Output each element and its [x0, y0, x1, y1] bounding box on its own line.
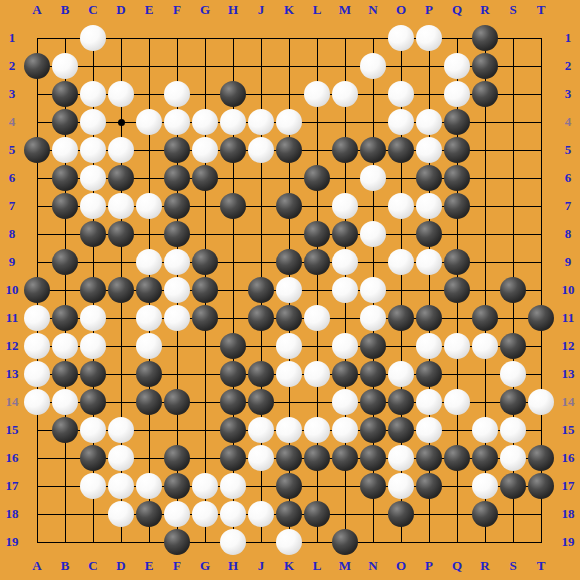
row-label-left-10: 10	[0, 282, 24, 298]
stone-white-C4[interactable]	[80, 109, 106, 135]
col-label-bottom-O: O	[391, 558, 411, 574]
stone-white-L13[interactable]	[304, 361, 330, 387]
stone-black-F8[interactable]	[164, 221, 190, 247]
col-label-top-T: T	[531, 2, 551, 18]
stone-black-M19[interactable]	[332, 529, 358, 555]
stone-white-H4[interactable]	[220, 109, 246, 135]
stone-white-D3[interactable]	[108, 81, 134, 107]
stone-white-K4[interactable]	[276, 109, 302, 135]
stone-white-S15[interactable]	[500, 417, 526, 443]
stone-white-F18[interactable]	[164, 501, 190, 527]
row-label-right-14: 14	[556, 394, 580, 410]
stone-white-P1[interactable]	[416, 25, 442, 51]
stone-white-O3[interactable]	[388, 81, 414, 107]
stone-white-A12[interactable]	[24, 333, 50, 359]
stone-black-B3[interactable]	[52, 81, 78, 107]
stone-white-A14[interactable]	[24, 389, 50, 415]
stone-black-H14[interactable]	[220, 389, 246, 415]
stone-white-O16[interactable]	[388, 445, 414, 471]
stone-black-L6[interactable]	[304, 165, 330, 191]
stone-white-C7[interactable]	[80, 193, 106, 219]
stone-black-C8[interactable]	[80, 221, 106, 247]
col-label-top-Q: Q	[447, 2, 467, 18]
stone-black-O14[interactable]	[388, 389, 414, 415]
row-label-left-9: 9	[0, 254, 24, 270]
row-label-left-19: 19	[0, 534, 24, 550]
col-label-top-K: K	[279, 2, 299, 18]
stone-black-H13[interactable]	[220, 361, 246, 387]
stone-black-D6[interactable]	[108, 165, 134, 191]
stone-black-H15[interactable]	[220, 417, 246, 443]
stone-white-E7[interactable]	[136, 193, 162, 219]
stone-white-D5[interactable]	[108, 137, 134, 163]
stone-white-F3[interactable]	[164, 81, 190, 107]
stone-black-H16[interactable]	[220, 445, 246, 471]
stone-white-C12[interactable]	[80, 333, 106, 359]
row-label-left-18: 18	[0, 506, 24, 522]
stone-white-P12[interactable]	[416, 333, 442, 359]
stone-black-P17[interactable]	[416, 473, 442, 499]
stone-white-R15[interactable]	[472, 417, 498, 443]
stone-white-P4[interactable]	[416, 109, 442, 135]
stone-black-J14[interactable]	[248, 389, 274, 415]
stone-white-M7[interactable]	[332, 193, 358, 219]
stone-black-B15[interactable]	[52, 417, 78, 443]
stone-white-O7[interactable]	[388, 193, 414, 219]
stone-white-E12[interactable]	[136, 333, 162, 359]
stone-white-M12[interactable]	[332, 333, 358, 359]
col-label-bottom-J: J	[251, 558, 271, 574]
col-label-bottom-G: G	[195, 558, 215, 574]
stone-white-E11[interactable]	[136, 305, 162, 331]
stone-black-O18[interactable]	[388, 501, 414, 527]
stone-black-P16[interactable]	[416, 445, 442, 471]
stone-white-B2[interactable]	[52, 53, 78, 79]
stone-white-C15[interactable]	[80, 417, 106, 443]
stone-black-F17[interactable]	[164, 473, 190, 499]
stone-black-R2[interactable]	[472, 53, 498, 79]
stone-black-E18[interactable]	[136, 501, 162, 527]
row-label-right-12: 12	[556, 338, 580, 354]
stone-black-F5[interactable]	[164, 137, 190, 163]
stone-black-L8[interactable]	[304, 221, 330, 247]
stone-white-N10[interactable]	[360, 277, 386, 303]
stone-black-J11[interactable]	[248, 305, 274, 331]
stone-black-B7[interactable]	[52, 193, 78, 219]
col-label-top-N: N	[363, 2, 383, 18]
stone-white-Q12[interactable]	[444, 333, 470, 359]
col-label-bottom-D: D	[111, 558, 131, 574]
stone-black-C16[interactable]	[80, 445, 106, 471]
col-label-bottom-T: T	[531, 558, 551, 574]
col-label-bottom-A: A	[27, 558, 47, 574]
stone-white-G17[interactable]	[192, 473, 218, 499]
stone-black-K7[interactable]	[276, 193, 302, 219]
stone-black-M16[interactable]	[332, 445, 358, 471]
stone-black-C13[interactable]	[80, 361, 106, 387]
row-label-right-2: 2	[556, 58, 580, 74]
stone-black-Q6[interactable]	[444, 165, 470, 191]
stone-white-S13[interactable]	[500, 361, 526, 387]
stone-white-R12[interactable]	[472, 333, 498, 359]
stone-black-N5[interactable]	[360, 137, 386, 163]
stone-white-A11[interactable]	[24, 305, 50, 331]
stone-white-F9[interactable]	[164, 249, 190, 275]
col-label-top-C: C	[83, 2, 103, 18]
stone-white-L11[interactable]	[304, 305, 330, 331]
stone-black-N16[interactable]	[360, 445, 386, 471]
stone-white-H18[interactable]	[220, 501, 246, 527]
stone-white-K10[interactable]	[276, 277, 302, 303]
stone-white-M14[interactable]	[332, 389, 358, 415]
stone-black-K9[interactable]	[276, 249, 302, 275]
stone-black-C10[interactable]	[80, 277, 106, 303]
stone-black-Q9[interactable]	[444, 249, 470, 275]
stone-black-A5[interactable]	[24, 137, 50, 163]
stone-black-S17[interactable]	[500, 473, 526, 499]
stone-black-R1[interactable]	[472, 25, 498, 51]
row-label-right-4: 4	[556, 114, 580, 130]
stone-black-G6[interactable]	[192, 165, 218, 191]
row-label-left-4: 4	[0, 114, 24, 130]
col-label-bottom-Q: Q	[447, 558, 467, 574]
stone-white-L15[interactable]	[304, 417, 330, 443]
stone-white-P15[interactable]	[416, 417, 442, 443]
row-label-left-11: 11	[0, 310, 24, 326]
stone-white-P5[interactable]	[416, 137, 442, 163]
stone-white-B12[interactable]	[52, 333, 78, 359]
stone-black-N12[interactable]	[360, 333, 386, 359]
row-label-right-7: 7	[556, 198, 580, 214]
stone-black-D8[interactable]	[108, 221, 134, 247]
stone-black-J13[interactable]	[248, 361, 274, 387]
stone-black-T11[interactable]	[528, 305, 554, 331]
col-label-top-P: P	[419, 2, 439, 18]
row-label-right-10: 10	[556, 282, 580, 298]
row-label-left-5: 5	[0, 142, 24, 158]
row-label-right-13: 13	[556, 366, 580, 382]
stone-white-K12[interactable]	[276, 333, 302, 359]
stone-black-G9[interactable]	[192, 249, 218, 275]
row-label-left-6: 6	[0, 170, 24, 186]
stone-black-A2[interactable]	[24, 53, 50, 79]
stone-black-Q7[interactable]	[444, 193, 470, 219]
stone-black-B4[interactable]	[52, 109, 78, 135]
row-label-right-3: 3	[556, 86, 580, 102]
stone-white-R17[interactable]	[472, 473, 498, 499]
stone-white-Q3[interactable]	[444, 81, 470, 107]
stone-black-P11[interactable]	[416, 305, 442, 331]
stone-black-L18[interactable]	[304, 501, 330, 527]
stone-white-O4[interactable]	[388, 109, 414, 135]
stone-white-F4[interactable]	[164, 109, 190, 135]
col-label-bottom-S: S	[503, 558, 523, 574]
col-label-bottom-B: B	[55, 558, 75, 574]
stone-black-B13[interactable]	[52, 361, 78, 387]
row-label-right-17: 17	[556, 478, 580, 494]
stone-black-H3[interactable]	[220, 81, 246, 107]
row-label-left-3: 3	[0, 86, 24, 102]
row-label-right-18: 18	[556, 506, 580, 522]
stone-black-F6[interactable]	[164, 165, 190, 191]
stone-white-D17[interactable]	[108, 473, 134, 499]
stone-white-K19[interactable]	[276, 529, 302, 555]
stone-black-K5[interactable]	[276, 137, 302, 163]
col-label-bottom-N: N	[363, 558, 383, 574]
stone-black-E13[interactable]	[136, 361, 162, 387]
stone-black-S12[interactable]	[500, 333, 526, 359]
row-label-right-15: 15	[556, 422, 580, 438]
stone-white-S16[interactable]	[500, 445, 526, 471]
stone-black-R18[interactable]	[472, 501, 498, 527]
stone-white-E17[interactable]	[136, 473, 162, 499]
stone-black-L9[interactable]	[304, 249, 330, 275]
col-label-bottom-E: E	[139, 558, 159, 574]
stone-black-Q16[interactable]	[444, 445, 470, 471]
stone-black-H5[interactable]	[220, 137, 246, 163]
stone-black-P8[interactable]	[416, 221, 442, 247]
row-label-right-19: 19	[556, 534, 580, 550]
stone-white-G18[interactable]	[192, 501, 218, 527]
stone-black-K17[interactable]	[276, 473, 302, 499]
col-label-top-D: D	[111, 2, 131, 18]
stone-white-N8[interactable]	[360, 221, 386, 247]
stone-white-D16[interactable]	[108, 445, 134, 471]
stone-black-G11[interactable]	[192, 305, 218, 331]
stone-white-K13[interactable]	[276, 361, 302, 387]
stone-black-D10[interactable]	[108, 277, 134, 303]
stone-white-H17[interactable]	[220, 473, 246, 499]
row-label-left-14: 14	[0, 394, 24, 410]
stone-black-G10[interactable]	[192, 277, 218, 303]
stone-black-E14[interactable]	[136, 389, 162, 415]
stone-white-G4[interactable]	[192, 109, 218, 135]
row-label-right-9: 9	[556, 254, 580, 270]
stone-white-K15[interactable]	[276, 417, 302, 443]
col-label-top-R: R	[475, 2, 495, 18]
stone-black-F19[interactable]	[164, 529, 190, 555]
stone-black-K11[interactable]	[276, 305, 302, 331]
stone-black-N17[interactable]	[360, 473, 386, 499]
stone-black-N15[interactable]	[360, 417, 386, 443]
stone-black-Q5[interactable]	[444, 137, 470, 163]
stone-white-M15[interactable]	[332, 417, 358, 443]
col-label-top-A: A	[27, 2, 47, 18]
stone-white-F11[interactable]	[164, 305, 190, 331]
stone-white-O17[interactable]	[388, 473, 414, 499]
stone-black-R3[interactable]	[472, 81, 498, 107]
stone-black-M8[interactable]	[332, 221, 358, 247]
stone-white-P14[interactable]	[416, 389, 442, 415]
stone-white-C1[interactable]	[80, 25, 106, 51]
stone-white-Q14[interactable]	[444, 389, 470, 415]
row-label-right-1: 1	[556, 30, 580, 46]
stone-white-D15[interactable]	[108, 417, 134, 443]
stone-black-F7[interactable]	[164, 193, 190, 219]
stone-black-B9[interactable]	[52, 249, 78, 275]
col-label-bottom-L: L	[307, 558, 327, 574]
col-label-bottom-F: F	[167, 558, 187, 574]
stone-white-O1[interactable]	[388, 25, 414, 51]
stone-black-H7[interactable]	[220, 193, 246, 219]
stone-white-D7[interactable]	[108, 193, 134, 219]
stone-white-F10[interactable]	[164, 277, 190, 303]
col-label-top-O: O	[391, 2, 411, 18]
stone-white-C17[interactable]	[80, 473, 106, 499]
stone-white-J18[interactable]	[248, 501, 274, 527]
stone-black-M5[interactable]	[332, 137, 358, 163]
col-label-bottom-R: R	[475, 558, 495, 574]
row-label-left-12: 12	[0, 338, 24, 354]
stone-black-P13[interactable]	[416, 361, 442, 387]
row-label-left-16: 16	[0, 450, 24, 466]
row-label-right-8: 8	[556, 226, 580, 242]
star-point-D4	[118, 119, 125, 126]
stone-white-Q2[interactable]	[444, 53, 470, 79]
stone-black-Q4[interactable]	[444, 109, 470, 135]
stone-white-N6[interactable]	[360, 165, 386, 191]
stone-white-C6[interactable]	[80, 165, 106, 191]
stone-black-S10[interactable]	[500, 277, 526, 303]
stone-black-Q10[interactable]	[444, 277, 470, 303]
stone-black-P6[interactable]	[416, 165, 442, 191]
row-label-left-13: 13	[0, 366, 24, 382]
stone-white-H19[interactable]	[220, 529, 246, 555]
stone-white-B5[interactable]	[52, 137, 78, 163]
stone-white-T14[interactable]	[528, 389, 554, 415]
row-label-left-17: 17	[0, 478, 24, 494]
stone-black-T16[interactable]	[528, 445, 554, 471]
row-label-right-5: 5	[556, 142, 580, 158]
stone-black-F16[interactable]	[164, 445, 190, 471]
stone-black-N13[interactable]	[360, 361, 386, 387]
stone-white-M10[interactable]	[332, 277, 358, 303]
stone-white-C3[interactable]	[80, 81, 106, 107]
col-label-top-L: L	[307, 2, 327, 18]
stone-white-B14[interactable]	[52, 389, 78, 415]
row-label-left-8: 8	[0, 226, 24, 242]
row-label-left-15: 15	[0, 422, 24, 438]
stone-black-K16[interactable]	[276, 445, 302, 471]
stone-black-C14[interactable]	[80, 389, 106, 415]
stone-white-O13[interactable]	[388, 361, 414, 387]
col-label-top-E: E	[139, 2, 159, 18]
stone-black-F14[interactable]	[164, 389, 190, 415]
row-label-left-7: 7	[0, 198, 24, 214]
stone-black-N14[interactable]	[360, 389, 386, 415]
row-label-right-16: 16	[556, 450, 580, 466]
stone-black-L16[interactable]	[304, 445, 330, 471]
stone-white-P7[interactable]	[416, 193, 442, 219]
stone-white-J5[interactable]	[248, 137, 274, 163]
stone-white-E9[interactable]	[136, 249, 162, 275]
col-label-top-F: F	[167, 2, 187, 18]
go-board: AABBCCDDEEFFGGHHJJKKLLMMNNOOPPQQRRSSTT11…	[0, 0, 580, 580]
stone-black-B11[interactable]	[52, 305, 78, 331]
stone-white-O9[interactable]	[388, 249, 414, 275]
stone-black-A10[interactable]	[24, 277, 50, 303]
stone-white-P9[interactable]	[416, 249, 442, 275]
row-label-left-1: 1	[0, 30, 24, 46]
stone-black-S14[interactable]	[500, 389, 526, 415]
stone-black-M13[interactable]	[332, 361, 358, 387]
stone-black-O15[interactable]	[388, 417, 414, 443]
col-label-bottom-K: K	[279, 558, 299, 574]
row-label-left-2: 2	[0, 58, 24, 74]
row-label-right-11: 11	[556, 310, 580, 326]
row-label-right-6: 6	[556, 170, 580, 186]
col-label-top-M: M	[335, 2, 355, 18]
stone-black-R16[interactable]	[472, 445, 498, 471]
col-label-top-S: S	[503, 2, 523, 18]
stone-black-K18[interactable]	[276, 501, 302, 527]
stone-white-M9[interactable]	[332, 249, 358, 275]
col-label-bottom-C: C	[83, 558, 103, 574]
stone-black-R11[interactable]	[472, 305, 498, 331]
stone-white-C5[interactable]	[80, 137, 106, 163]
stone-black-O11[interactable]	[388, 305, 414, 331]
stone-black-T17[interactable]	[528, 473, 554, 499]
stone-white-N2[interactable]	[360, 53, 386, 79]
stone-black-H12[interactable]	[220, 333, 246, 359]
col-label-bottom-P: P	[419, 558, 439, 574]
stone-white-J4[interactable]	[248, 109, 274, 135]
stone-white-J15[interactable]	[248, 417, 274, 443]
stone-black-E10[interactable]	[136, 277, 162, 303]
stone-white-N11[interactable]	[360, 305, 386, 331]
stone-white-D18[interactable]	[108, 501, 134, 527]
col-label-top-J: J	[251, 2, 271, 18]
stone-black-J10[interactable]	[248, 277, 274, 303]
stone-white-A13[interactable]	[24, 361, 50, 387]
stone-white-C11[interactable]	[80, 305, 106, 331]
col-label-bottom-H: H	[223, 558, 243, 574]
col-label-top-B: B	[55, 2, 75, 18]
col-label-bottom-M: M	[335, 558, 355, 574]
stone-white-M3[interactable]	[332, 81, 358, 107]
stone-white-J16[interactable]	[248, 445, 274, 471]
col-label-top-H: H	[223, 2, 243, 18]
stone-black-O5[interactable]	[388, 137, 414, 163]
col-label-top-G: G	[195, 2, 215, 18]
stone-white-E4[interactable]	[136, 109, 162, 135]
stone-white-G5[interactable]	[192, 137, 218, 163]
stone-black-B6[interactable]	[52, 165, 78, 191]
stone-white-L3[interactable]	[304, 81, 330, 107]
